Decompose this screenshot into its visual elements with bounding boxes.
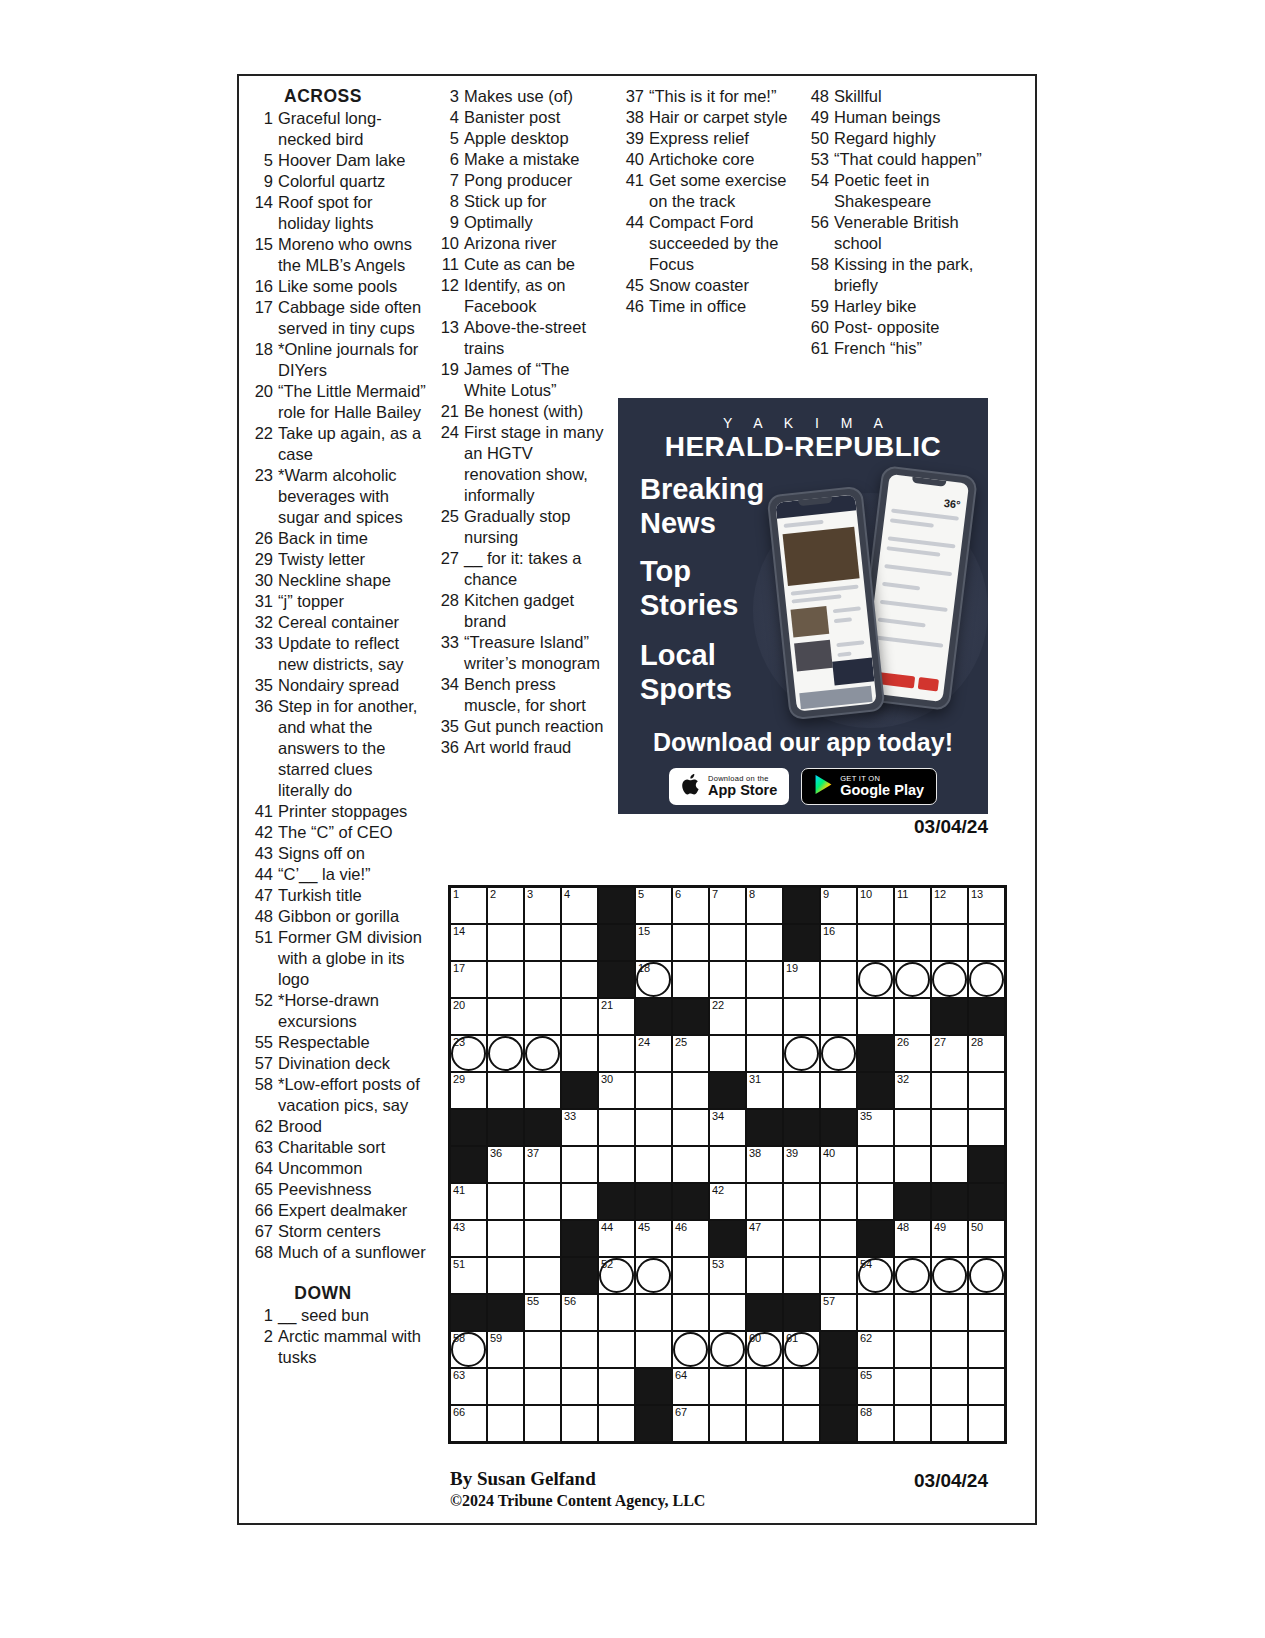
cell-2-9[interactable] <box>747 925 782 960</box>
theme-circle <box>932 1258 967 1293</box>
cell-5-10[interactable] <box>784 1036 819 1071</box>
cell-4-1[interactable]: 20 <box>451 999 486 1034</box>
cell-number-53: 53 <box>712 1258 724 1270</box>
cell-3-12[interactable] <box>858 962 893 997</box>
cell-6-4-black <box>562 1073 597 1108</box>
clue-across-48: 48Gibbon or gorilla <box>249 906 427 927</box>
clue-across-36: 36Step in for another, and what the answ… <box>249 696 427 801</box>
cell-12-8[interactable] <box>710 1295 745 1330</box>
cell-4-11[interactable] <box>821 999 856 1034</box>
cell-2-1[interactable]: 14 <box>451 925 486 960</box>
cell-5-5[interactable] <box>599 1036 634 1071</box>
cell-8-7[interactable] <box>673 1147 708 1182</box>
cell-15-2[interactable] <box>488 1406 523 1441</box>
cell-1-15[interactable]: 13 <box>969 888 1004 923</box>
puzzle-date-bottom: 03/04/24 <box>618 1470 988 1492</box>
cell-5-3[interactable] <box>525 1036 560 1071</box>
cell-8-3[interactable]: 37 <box>525 1147 560 1182</box>
cell-9-8[interactable]: 42 <box>710 1184 745 1219</box>
cell-7-15[interactable] <box>969 1110 1004 1145</box>
clue-text: Turkish title <box>278 885 427 906</box>
cell-7-4[interactable]: 33 <box>562 1110 597 1145</box>
cell-1-11[interactable]: 9 <box>821 888 856 923</box>
cell-4-8[interactable]: 22 <box>710 999 745 1034</box>
cell-number-3: 3 <box>527 888 533 900</box>
cell-6-15[interactable] <box>969 1073 1004 1108</box>
clue-number: 61 <box>805 338 834 359</box>
cell-6-14[interactable] <box>932 1073 967 1108</box>
ad-feature-local-sports: Local Sports <box>640 638 790 706</box>
cell-number-20: 20 <box>453 999 465 1011</box>
cell-9-9[interactable] <box>747 1184 782 1219</box>
cell-7-6[interactable] <box>636 1110 671 1145</box>
clue-text: Above-the-street trains <box>464 317 613 359</box>
cell-12-15[interactable] <box>969 1295 1004 1330</box>
cell-11-5[interactable]: 52 <box>599 1258 634 1293</box>
cell-10-10[interactable] <box>784 1221 819 1256</box>
cell-12-13[interactable] <box>895 1295 930 1330</box>
clue-number: 36 <box>435 737 464 758</box>
clue-number: 26 <box>249 528 278 549</box>
cell-7-7[interactable] <box>673 1110 708 1145</box>
cell-12-4[interactable]: 56 <box>562 1295 597 1330</box>
cell-11-7[interactable] <box>673 1258 708 1293</box>
cell-3-10[interactable]: 19 <box>784 962 819 997</box>
cell-2-2[interactable] <box>488 925 523 960</box>
cell-11-6[interactable] <box>636 1258 671 1293</box>
cell-4-2[interactable] <box>488 999 523 1034</box>
clue-text: Banister post <box>464 107 613 128</box>
cell-number-40: 40 <box>823 1147 835 1159</box>
cell-4-13[interactable] <box>895 999 930 1034</box>
cell-13-3[interactable] <box>525 1332 560 1367</box>
cell-number-46: 46 <box>675 1221 687 1233</box>
clue-across-67: 67Storm centers <box>249 1221 427 1242</box>
cell-8-9[interactable]: 38 <box>747 1147 782 1182</box>
cell-number-41: 41 <box>453 1184 465 1196</box>
cell-15-15[interactable] <box>969 1406 1004 1441</box>
cell-7-14[interactable] <box>932 1110 967 1145</box>
cell-9-12[interactable] <box>858 1184 893 1219</box>
cell-7-8[interactable]: 34 <box>710 1110 745 1145</box>
clue-across-47: 47Turkish title <box>249 885 427 906</box>
cell-8-11[interactable]: 40 <box>821 1147 856 1182</box>
cell-14-7[interactable]: 64 <box>673 1369 708 1404</box>
cell-1-8[interactable]: 7 <box>710 888 745 923</box>
store-badges: Download on the App Store GET IT ON <box>618 768 988 805</box>
cell-10-15[interactable]: 50 <box>969 1221 1004 1256</box>
cell-6-10[interactable] <box>784 1073 819 1108</box>
clue-across-15: 15Moreno who owns the MLB’s Angels <box>249 234 427 276</box>
cell-3-7[interactable] <box>673 962 708 997</box>
cell-8-10[interactable]: 39 <box>784 1147 819 1182</box>
clue-down-24: 24First stage in many an HGTV renovation… <box>435 422 613 506</box>
cell-3-1[interactable]: 17 <box>451 962 486 997</box>
cell-4-10[interactable] <box>784 999 819 1034</box>
clue-number: 3 <box>435 86 464 107</box>
cell-4-7-black <box>673 999 708 1034</box>
clue-number: 68 <box>249 1242 278 1263</box>
cell-15-4[interactable] <box>562 1406 597 1441</box>
clue-down-41: 41Get some exercise on the track <box>620 170 804 212</box>
cell-8-14[interactable] <box>932 1147 967 1182</box>
clue-across-18: 18*Online journals for DIYers <box>249 339 427 381</box>
cell-11-8[interactable]: 53 <box>710 1258 745 1293</box>
cell-6-3[interactable] <box>525 1073 560 1108</box>
cell-8-4[interactable] <box>562 1147 597 1182</box>
cell-number-8: 8 <box>749 888 755 900</box>
cell-13-10[interactable]: 61 <box>784 1332 819 1367</box>
cell-7-12[interactable]: 35 <box>858 1110 893 1145</box>
cell-8-1-black <box>451 1147 486 1182</box>
cell-14-1[interactable]: 63 <box>451 1369 486 1404</box>
clue-down-49: 49Human beings <box>805 107 1003 128</box>
clue-across-43: 43Signs off on <box>249 843 427 864</box>
cell-7-13[interactable] <box>895 1110 930 1145</box>
cell-14-8[interactable] <box>710 1369 745 1404</box>
cell-8-5[interactable] <box>599 1147 634 1182</box>
clue-across-42: 42The “C” of CEO <box>249 822 427 843</box>
cell-6-7[interactable] <box>673 1073 708 1108</box>
cell-2-3[interactable] <box>525 925 560 960</box>
clue-number: 25 <box>435 506 464 527</box>
clue-text: Uncommon <box>278 1158 427 1179</box>
clue-number: 32 <box>249 612 278 633</box>
cell-5-1[interactable]: 23 <box>451 1036 486 1071</box>
clue-number: 62 <box>249 1116 278 1137</box>
cell-12-6[interactable] <box>636 1295 671 1330</box>
across-heading: ACROSS <box>249 86 397 107</box>
cell-12-14[interactable] <box>932 1295 967 1330</box>
cell-10-14[interactable]: 49 <box>932 1221 967 1256</box>
cell-13-2[interactable]: 59 <box>488 1332 523 1367</box>
cell-2-10-black <box>784 925 819 960</box>
cell-9-2[interactable] <box>488 1184 523 1219</box>
clue-text: Take up again, as a case <box>278 423 427 465</box>
cell-9-4[interactable] <box>562 1184 597 1219</box>
cell-number-26: 26 <box>897 1036 909 1048</box>
apple-badge-big-text: App Store <box>708 783 777 798</box>
cell-5-13[interactable]: 26 <box>895 1036 930 1071</box>
cell-7-10-black <box>784 1110 819 1145</box>
cell-3-11[interactable] <box>821 962 856 997</box>
clue-number: 47 <box>249 885 278 906</box>
cell-5-14[interactable]: 27 <box>932 1036 967 1071</box>
cell-14-14[interactable] <box>932 1369 967 1404</box>
cell-2-7[interactable] <box>673 925 708 960</box>
cell-11-13[interactable] <box>895 1258 930 1293</box>
cell-7-5[interactable] <box>599 1110 634 1145</box>
cell-3-2[interactable] <box>488 962 523 997</box>
cell-15-13[interactable] <box>895 1406 930 1441</box>
cell-12-2-black <box>488 1295 523 1330</box>
clue-text: Poetic feet in Shakespeare <box>834 170 1003 212</box>
clue-number: 50 <box>805 128 834 149</box>
app-store-badge[interactable]: Download on the App Store <box>669 768 789 805</box>
cell-13-15[interactable] <box>969 1332 1004 1367</box>
clue-down-58: 58Kissing in the park, briefly <box>805 254 1003 296</box>
cell-number-12: 12 <box>934 888 946 900</box>
cell-11-12[interactable]: 54 <box>858 1258 893 1293</box>
cell-14-15[interactable] <box>969 1369 1004 1404</box>
cell-5-9[interactable] <box>747 1036 782 1071</box>
cell-number-29: 29 <box>453 1073 465 1085</box>
theme-circle <box>451 1332 486 1367</box>
cell-12-12[interactable] <box>858 1295 893 1330</box>
cell-4-9[interactable] <box>747 999 782 1034</box>
cell-12-3[interactable]: 55 <box>525 1295 560 1330</box>
cell-3-6[interactable]: 18 <box>636 962 671 997</box>
cell-13-13[interactable] <box>895 1332 930 1367</box>
cell-13-7[interactable] <box>673 1332 708 1367</box>
cell-5-6[interactable]: 24 <box>636 1036 671 1071</box>
phone-screen <box>775 494 877 711</box>
clue-text: Twisty letter <box>278 549 427 570</box>
cell-11-2[interactable] <box>488 1258 523 1293</box>
cell-10-6[interactable]: 45 <box>636 1221 671 1256</box>
cell-13-8[interactable] <box>710 1332 745 1367</box>
cell-number-4: 4 <box>564 888 570 900</box>
cell-9-5-black <box>599 1184 634 1219</box>
cell-5-7[interactable]: 25 <box>673 1036 708 1071</box>
cell-2-15[interactable] <box>969 925 1004 960</box>
clue-number: 4 <box>435 107 464 128</box>
cell-6-6[interactable] <box>636 1073 671 1108</box>
cell-number-16: 16 <box>823 925 835 937</box>
cell-number-24: 24 <box>638 1036 650 1048</box>
clue-number: 1 <box>249 108 278 129</box>
cell-5-2[interactable] <box>488 1036 523 1071</box>
cell-15-14[interactable] <box>932 1406 967 1441</box>
clue-text: Pong producer <box>464 170 613 191</box>
clue-text: Hoover Dam lake <box>278 150 427 171</box>
cell-15-5[interactable] <box>599 1406 634 1441</box>
cell-10-7[interactable]: 46 <box>673 1221 708 1256</box>
clue-text: Signs off on <box>278 843 427 864</box>
cell-number-15: 15 <box>638 925 650 937</box>
cell-number-66: 66 <box>453 1406 465 1418</box>
cell-8-13[interactable] <box>895 1147 930 1182</box>
cell-10-5[interactable]: 44 <box>599 1221 634 1256</box>
clue-text: “That could happen” <box>834 149 1003 170</box>
cell-9-10[interactable] <box>784 1184 819 1219</box>
clue-across-68: 68Much of a sunflower <box>249 1242 427 1263</box>
cell-number-17: 17 <box>453 962 465 974</box>
cell-10-3[interactable] <box>525 1221 560 1256</box>
cell-1-1[interactable]: 1 <box>451 888 486 923</box>
clue-text: Harley bike <box>834 296 1003 317</box>
cell-14-4[interactable] <box>562 1369 597 1404</box>
clue-down-6: 6Make a mistake <box>435 149 613 170</box>
clue-text: “The Little Mermaid” role for Halle Bail… <box>278 381 427 423</box>
theme-circle <box>858 962 893 997</box>
clue-number: 2 <box>249 1326 278 1347</box>
cell-14-2[interactable] <box>488 1369 523 1404</box>
cell-13-4[interactable] <box>562 1332 597 1367</box>
cell-14-3[interactable] <box>525 1369 560 1404</box>
cell-9-1[interactable]: 41 <box>451 1184 486 1219</box>
cell-11-3[interactable] <box>525 1258 560 1293</box>
cell-10-13[interactable]: 48 <box>895 1221 930 1256</box>
cell-12-7[interactable] <box>673 1295 708 1330</box>
clue-number: 1 <box>249 1305 278 1326</box>
cell-9-3[interactable] <box>525 1184 560 1219</box>
cell-2-6[interactable]: 15 <box>636 925 671 960</box>
cell-3-9[interactable] <box>747 962 782 997</box>
clue-text: *Horse-drawn excursions <box>278 990 427 1032</box>
clue-text: Update to reflect new districts, say <box>278 633 427 675</box>
clue-across-41: 41Printer stoppages <box>249 801 427 822</box>
clue-text: “Treasure Island” writer’s monogram <box>464 632 613 674</box>
cell-13-12[interactable]: 62 <box>858 1332 893 1367</box>
cell-2-14[interactable] <box>932 925 967 960</box>
cell-15-12[interactable]: 68 <box>858 1406 893 1441</box>
cell-13-6[interactable] <box>636 1332 671 1367</box>
cell-11-15[interactable] <box>969 1258 1004 1293</box>
cell-6-1[interactable]: 29 <box>451 1073 486 1108</box>
cell-14-12[interactable]: 65 <box>858 1369 893 1404</box>
cell-4-3[interactable] <box>525 999 560 1034</box>
clue-across-5: 5Hoover Dam lake <box>249 150 427 171</box>
clue-text: Post- opposite <box>834 317 1003 338</box>
cell-4-5[interactable]: 21 <box>599 999 634 1034</box>
cell-9-11[interactable] <box>821 1184 856 1219</box>
cell-15-10[interactable] <box>784 1406 819 1441</box>
cell-1-14[interactable]: 12 <box>932 888 967 923</box>
cell-1-9[interactable]: 8 <box>747 888 782 923</box>
clue-text: Cereal container <box>278 612 427 633</box>
copyright: ©2024 Tribune Content Agency, LLC <box>450 1492 705 1510</box>
clue-text: Skillful <box>834 86 1003 107</box>
cell-10-1[interactable]: 43 <box>451 1221 486 1256</box>
cell-11-10[interactable] <box>784 1258 819 1293</box>
cell-3-3[interactable] <box>525 962 560 997</box>
cell-3-13[interactable] <box>895 962 930 997</box>
cell-2-8[interactable] <box>710 925 745 960</box>
clue-text: Compact Ford succeeded by the Focus <box>649 212 804 275</box>
cell-5-11[interactable] <box>821 1036 856 1071</box>
cell-1-4[interactable]: 4 <box>562 888 597 923</box>
cell-6-11[interactable] <box>821 1073 856 1108</box>
cell-11-11[interactable] <box>821 1258 856 1293</box>
cell-1-7[interactable]: 6 <box>673 888 708 923</box>
cell-13-5[interactable] <box>599 1332 634 1367</box>
clue-text: First stage in many an HGTV renovation s… <box>464 422 613 506</box>
cell-3-8[interactable] <box>710 962 745 997</box>
clue-number: 52 <box>249 990 278 1011</box>
cell-8-6[interactable] <box>636 1147 671 1182</box>
cell-11-1[interactable]: 51 <box>451 1258 486 1293</box>
cell-15-3[interactable] <box>525 1406 560 1441</box>
cell-3-15[interactable] <box>969 962 1004 997</box>
cell-14-10[interactable] <box>784 1369 819 1404</box>
cell-number-39: 39 <box>786 1147 798 1159</box>
clue-number: 35 <box>435 716 464 737</box>
cell-5-15[interactable]: 28 <box>969 1036 1004 1071</box>
cell-11-9[interactable] <box>747 1258 782 1293</box>
clue-number: 55 <box>249 1032 278 1053</box>
cell-13-9[interactable]: 60 <box>747 1332 782 1367</box>
clue-text: Kissing in the park, briefly <box>834 254 1003 296</box>
cell-15-9[interactable] <box>747 1406 782 1441</box>
cell-10-2[interactable] <box>488 1221 523 1256</box>
theme-circle <box>784 1332 819 1367</box>
cell-8-12[interactable] <box>858 1147 893 1182</box>
cell-number-13: 13 <box>971 888 983 900</box>
cell-15-1[interactable]: 66 <box>451 1406 486 1441</box>
cell-13-14[interactable] <box>932 1332 967 1367</box>
cell-5-8[interactable] <box>710 1036 745 1071</box>
cell-number-38: 38 <box>749 1147 761 1159</box>
cell-6-9[interactable]: 31 <box>747 1073 782 1108</box>
cell-13-1[interactable]: 58 <box>451 1332 486 1367</box>
cell-15-7[interactable]: 67 <box>673 1406 708 1441</box>
cell-6-2[interactable] <box>488 1073 523 1108</box>
cell-4-12[interactable] <box>858 999 893 1034</box>
cell-number-31: 31 <box>749 1073 761 1085</box>
cell-12-5[interactable] <box>599 1295 634 1330</box>
cell-number-37: 37 <box>527 1147 539 1159</box>
cell-6-5[interactable]: 30 <box>599 1073 634 1108</box>
clue-number: 24 <box>435 422 464 443</box>
cell-3-4[interactable] <box>562 962 597 997</box>
cell-14-5[interactable] <box>599 1369 634 1404</box>
google-play-triangle-icon <box>814 774 833 799</box>
cell-number-55: 55 <box>527 1295 539 1307</box>
ad-kicker: Y A K I M A <box>618 415 988 431</box>
cell-3-14[interactable] <box>932 962 967 997</box>
clue-text: Snow coaster <box>649 275 804 296</box>
cell-1-3[interactable]: 3 <box>525 888 560 923</box>
cell-2-12[interactable] <box>858 925 893 960</box>
cell-1-12[interactable]: 10 <box>858 888 893 923</box>
cell-7-9-black <box>747 1110 782 1145</box>
cell-10-11[interactable] <box>821 1221 856 1256</box>
cell-number-5: 5 <box>638 888 644 900</box>
clue-across-29: 29Twisty letter <box>249 549 427 570</box>
clue-down-13: 13Above-the-street trains <box>435 317 613 359</box>
cell-14-13[interactable] <box>895 1369 930 1404</box>
cell-number-25: 25 <box>675 1036 687 1048</box>
cell-1-2[interactable]: 2 <box>488 888 523 923</box>
google-play-badge[interactable]: GET IT ON Google Play <box>801 768 937 805</box>
cell-14-6-black <box>636 1369 671 1404</box>
cell-12-11[interactable]: 57 <box>821 1295 856 1330</box>
clue-number: 18 <box>249 339 278 360</box>
cell-9-15-black <box>969 1184 1004 1219</box>
cell-2-13[interactable] <box>895 925 930 960</box>
cell-6-13[interactable]: 32 <box>895 1073 930 1108</box>
clue-down-38: 38Hair or carpet style <box>620 107 804 128</box>
cell-2-11[interactable]: 16 <box>821 925 856 960</box>
cell-14-9[interactable] <box>747 1369 782 1404</box>
clue-text: *Warm alcoholic beverages with sugar and… <box>278 465 427 528</box>
cell-1-13[interactable]: 11 <box>895 888 930 923</box>
cell-number-51: 51 <box>453 1258 465 1270</box>
clue-down-56: 56Venerable British school <box>805 212 1003 254</box>
cell-1-6[interactable]: 5 <box>636 888 671 923</box>
cell-4-4[interactable] <box>562 999 597 1034</box>
cell-11-14[interactable] <box>932 1258 967 1293</box>
cell-8-8[interactable] <box>710 1147 745 1182</box>
cell-8-2[interactable]: 36 <box>488 1147 523 1182</box>
clue-down-11: 11Cute as can be <box>435 254 613 275</box>
cell-2-4[interactable] <box>562 925 597 960</box>
cell-10-9[interactable]: 47 <box>747 1221 782 1256</box>
cell-7-1-black <box>451 1110 486 1145</box>
cell-15-8[interactable] <box>710 1406 745 1441</box>
cell-5-4[interactable] <box>562 1036 597 1071</box>
